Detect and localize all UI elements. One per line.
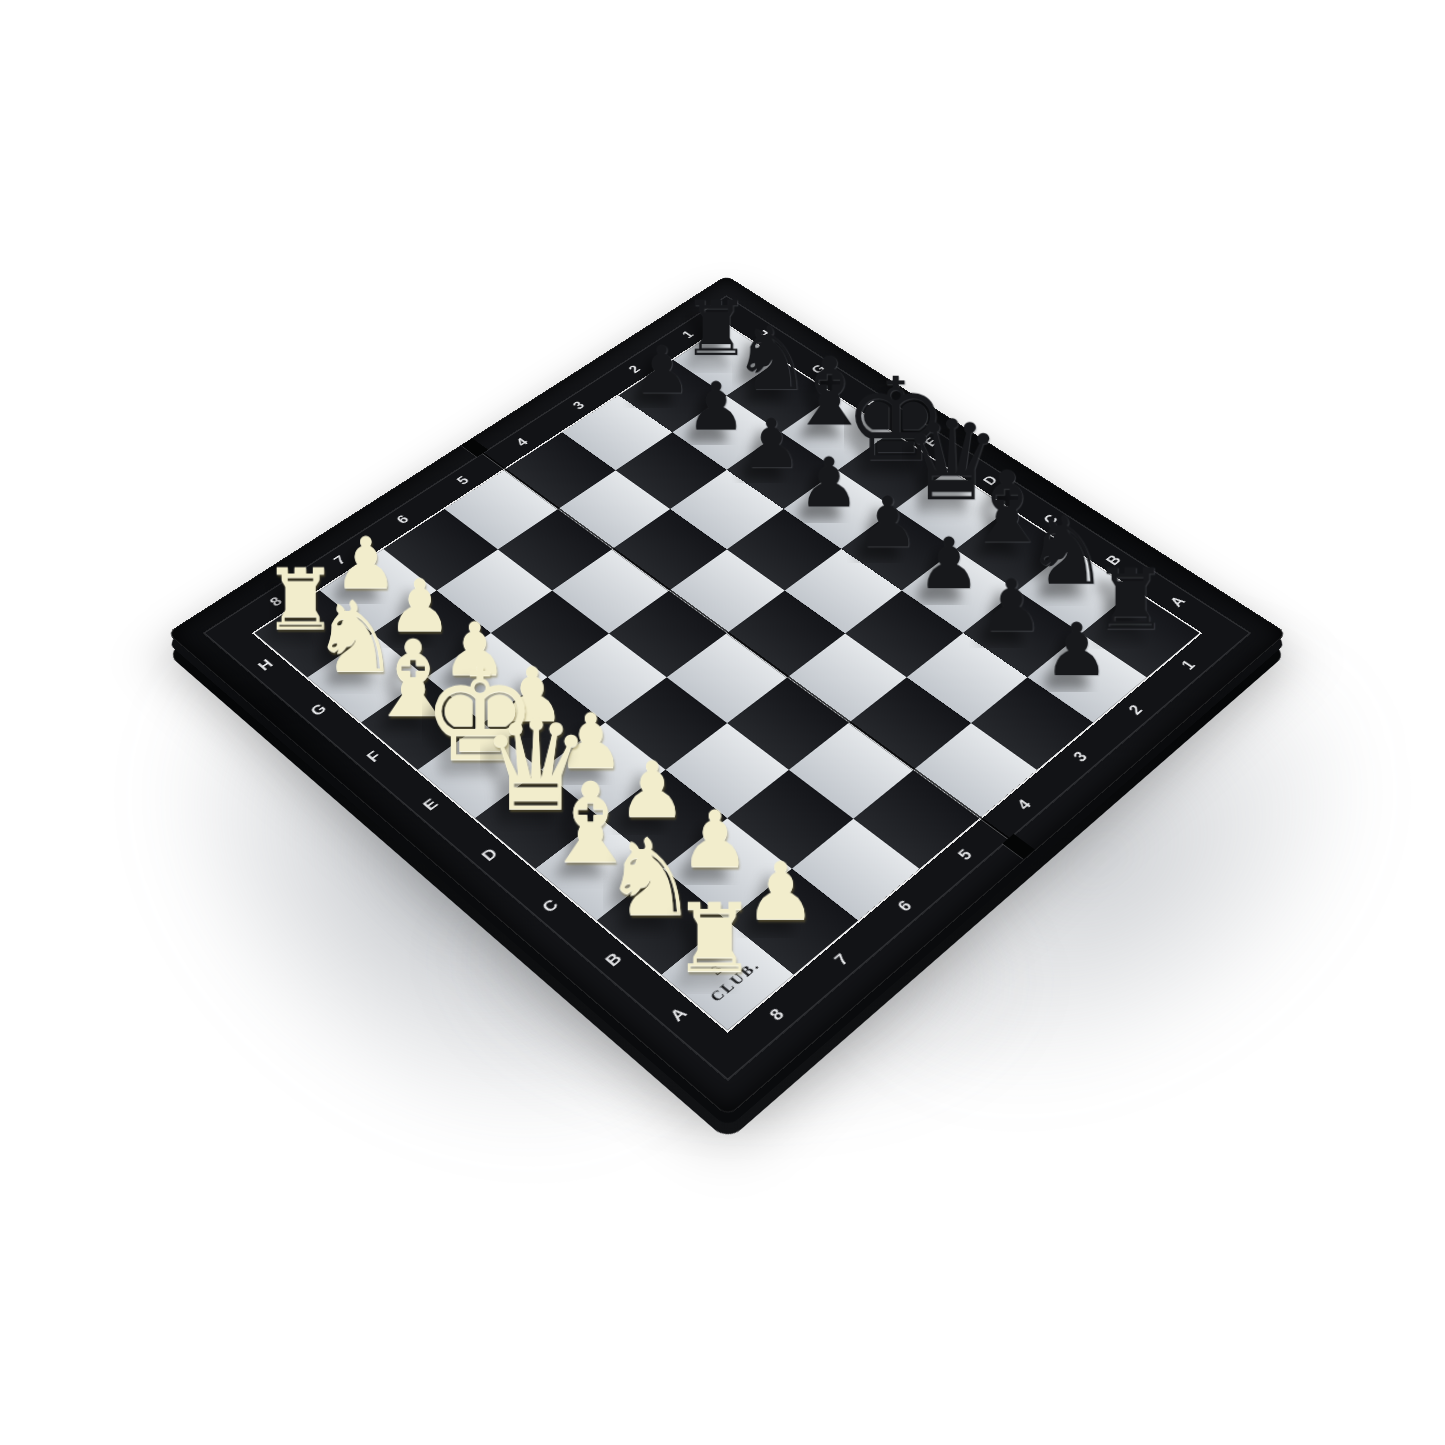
file-label-bottom-d: D xyxy=(478,846,500,864)
rank-label-right-4: 4 xyxy=(1014,797,1034,813)
white-rook-a8[interactable]: ♜ xyxy=(667,890,761,985)
board-frame: ♜♞♝♚♛♝♞♜♟♟♟♟♟♟♟♟♟♟♟♟♟♟♟♟♜♞♝♚♛♝♞SCLUB.♜ H… xyxy=(167,275,1287,1116)
file-label-bottom-c: C xyxy=(539,897,562,915)
rank-label-left-5: 5 xyxy=(455,474,472,486)
file-label-bottom-e: E xyxy=(420,796,441,813)
rank-label-right-8: 8 xyxy=(766,1006,787,1024)
scene-perspective: ♜♞♝♚♛♝♞♜♟♟♟♟♟♟♟♟♟♟♟♟♟♟♟♟♜♞♝♚♛♝♞SCLUB.♜ H… xyxy=(0,0,1445,1445)
file-label-bottom-g: G xyxy=(308,702,330,719)
rank-label-right-2: 2 xyxy=(1126,703,1146,718)
rank-label-right-1: 1 xyxy=(1179,658,1199,672)
file-label-bottom-h: H xyxy=(255,657,276,673)
playing-area: ♜♞♝♚♛♝♞♜♟♟♟♟♟♟♟♟♟♟♟♟♟♟♟♟♜♞♝♚♛♝♞SCLUB.♜ xyxy=(252,323,1202,1032)
file-label-bottom-b: B xyxy=(602,950,625,969)
coordinate-band: ♜♞♝♚♛♝♞♜♟♟♟♟♟♟♟♟♟♟♟♟♟♟♟♟♜♞♝♚♛♝♞SCLUB.♜ H… xyxy=(204,296,1251,1080)
rank-label-right-5: 5 xyxy=(955,847,976,863)
rank-label-left-4: 4 xyxy=(513,436,530,448)
chess-board: ♜♞♝♚♛♝♞♜♟♟♟♟♟♟♟♟♟♟♟♟♟♟♟♟♜♞♝♚♛♝♞SCLUB.♜ H… xyxy=(167,275,1287,1116)
rank-label-right-7: 7 xyxy=(831,951,852,968)
file-label-bottom-a: A xyxy=(667,1005,691,1025)
file-label-bottom-f: F xyxy=(364,749,384,765)
rank-label-right-3: 3 xyxy=(1071,749,1091,764)
photo-stage: ♜♞♝♚♛♝♞♜♟♟♟♟♟♟♟♟♟♟♟♟♟♟♟♟♜♞♝♚♛♝♞SCLUB.♜ H… xyxy=(0,0,1445,1445)
black-pawn-a2[interactable]: ♟ xyxy=(1034,613,1119,686)
rank-label-right-6: 6 xyxy=(894,898,915,915)
board-grid: ♜♞♝♚♛♝♞♜♟♟♟♟♟♟♟♟♟♟♟♟♟♟♟♟♜♞♝♚♛♝♞SCLUB.♜ xyxy=(255,325,1200,1030)
rank-label-left-3: 3 xyxy=(570,400,587,412)
